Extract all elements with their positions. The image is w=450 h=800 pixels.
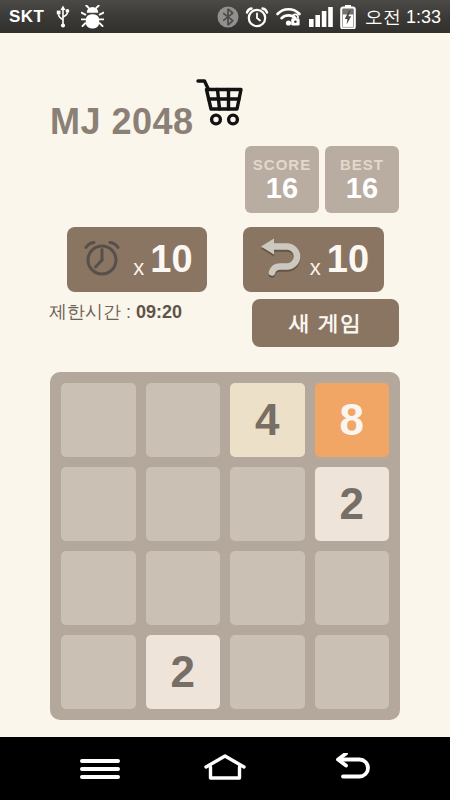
time-booster-multiplier: x bbox=[133, 255, 144, 281]
time-limit-label: 제한시간 : bbox=[49, 302, 131, 322]
empty-cell bbox=[315, 551, 390, 625]
app-title: MJ 2048 bbox=[50, 101, 194, 143]
shopping-cart-icon[interactable] bbox=[191, 77, 249, 129]
score-label: SCORE bbox=[253, 156, 311, 173]
tile-2: 2 bbox=[146, 635, 221, 709]
empty-cell bbox=[230, 551, 305, 625]
debug-bug-icon bbox=[81, 5, 104, 29]
signal-strength-icon bbox=[309, 6, 334, 27]
empty-cell bbox=[61, 383, 136, 457]
empty-cell bbox=[315, 635, 390, 709]
status-bar-left: SKT bbox=[9, 5, 104, 29]
bluetooth-icon bbox=[217, 6, 239, 28]
menu-button[interactable] bbox=[55, 737, 145, 800]
time-booster-button[interactable]: x 10 bbox=[67, 227, 207, 292]
undo-booster-button[interactable]: x 10 bbox=[243, 227, 384, 292]
back-button[interactable] bbox=[305, 737, 395, 800]
tile-4: 4 bbox=[230, 383, 305, 457]
tile-8: 8 bbox=[315, 383, 390, 457]
status-bar: SKT bbox=[0, 0, 450, 33]
carrier-label: SKT bbox=[9, 7, 45, 27]
best-value: 16 bbox=[346, 173, 378, 203]
best-label: BEST bbox=[340, 156, 384, 173]
board-grid[interactable]: 4822 bbox=[50, 372, 400, 720]
score-value: 16 bbox=[266, 173, 298, 203]
alarm-clock-icon bbox=[81, 236, 127, 284]
alarm-icon bbox=[245, 5, 269, 28]
time-limit-value: 09:20 bbox=[136, 302, 182, 322]
battery-charging-icon bbox=[340, 5, 356, 29]
time-booster-count: 10 bbox=[150, 238, 192, 281]
best-box: BEST 16 bbox=[325, 146, 399, 213]
empty-cell bbox=[146, 551, 221, 625]
empty-cell bbox=[230, 467, 305, 541]
undo-booster-multiplier: x bbox=[310, 255, 321, 281]
undo-arrow-icon bbox=[258, 237, 304, 283]
tile-2: 2 bbox=[315, 467, 390, 541]
new-game-button[interactable]: 새 게임 bbox=[252, 299, 399, 347]
home-button[interactable] bbox=[180, 737, 270, 800]
empty-cell bbox=[61, 551, 136, 625]
menu-icon bbox=[80, 755, 120, 783]
clock-label: 오전 1:33 bbox=[365, 5, 441, 29]
empty-cell bbox=[146, 383, 221, 457]
status-bar-right: 오전 1:33 bbox=[217, 5, 441, 29]
empty-cell bbox=[230, 635, 305, 709]
navigation-bar bbox=[0, 737, 450, 800]
empty-cell bbox=[61, 467, 136, 541]
home-icon bbox=[201, 753, 249, 784]
back-icon bbox=[326, 753, 374, 784]
phone-screen: SKT bbox=[0, 0, 450, 800]
wifi-lock-icon bbox=[275, 6, 303, 27]
empty-cell bbox=[61, 635, 136, 709]
usb-icon bbox=[55, 5, 71, 29]
undo-booster-count: 10 bbox=[327, 238, 369, 281]
score-box: SCORE 16 bbox=[245, 146, 319, 213]
time-limit: 제한시간 : 09:20 bbox=[49, 300, 182, 324]
empty-cell bbox=[146, 467, 221, 541]
